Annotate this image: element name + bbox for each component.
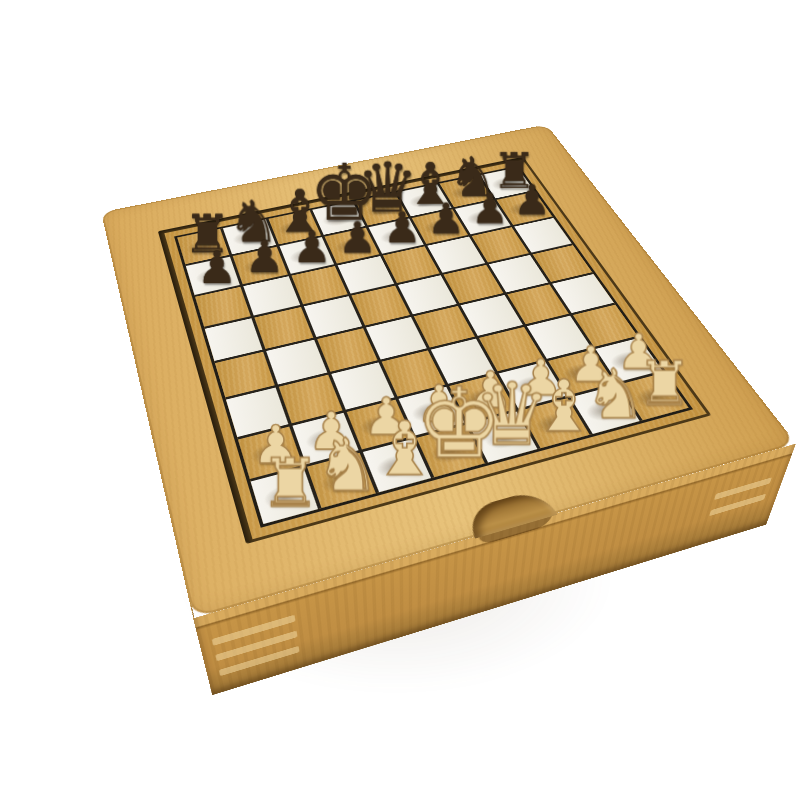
board-cell-d6: [337, 256, 394, 294]
board-cell-d5: [351, 285, 410, 325]
board-cell-c6: [291, 266, 348, 305]
chess-board: ♜♞♝♚♛♝♞♜♟♟♟♟♟♟♟♟♟♟♟♟♟♟♟♟♜♞♝♚♛♝♞♜: [177, 167, 688, 523]
board-cell-h3: [573, 305, 637, 347]
board-cell-h5: [532, 245, 592, 282]
board-recess: ♜♞♝♚♛♝♞♜♟♟♟♟♟♟♟♟♟♟♟♟♟♟♟♟♜♞♝♚♛♝♞♜: [158, 157, 711, 544]
chess-box: ♜♞♝♚♛♝♞♜♟♟♟♟♟♟♟♟♟♟♟♟♟♟♟♟♜♞♝♚♛♝♞♜: [101, 124, 796, 618]
board-cell-d4: [366, 317, 427, 360]
board-cell-h4: [552, 274, 614, 313]
board-frame: ♜♞♝♚♛♝♞♜♟♟♟♟♟♟♟♟♟♟♟♟♟♟♟♟♜♞♝♚♛♝♞♜: [174, 166, 693, 528]
scene: ♜♞♝♚♛♝♞♜♟♟♟♟♟♟♟♟♟♟♟♟♟♟♟♟♜♞♝♚♛♝♞♜: [0, 0, 800, 800]
board-cell-c4: [317, 328, 378, 372]
board-cell-a3: [226, 388, 288, 437]
board-cell-b2: ♟: [293, 413, 358, 464]
board-cell-g5: [488, 255, 548, 293]
board-panel: ♜♞♝♚♛♝♞♜♟♟♟♟♟♟♟♟♟♟♟♟♟♟♟♟♜♞♝♚♛♝♞♜: [164, 160, 706, 539]
board-cell-a5: [205, 318, 263, 361]
board-cell-b8: ♞: [223, 219, 276, 254]
